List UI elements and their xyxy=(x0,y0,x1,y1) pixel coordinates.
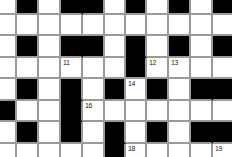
letter-cell-r5c1[interactable] xyxy=(17,101,39,122)
clue-number-18: 18 xyxy=(128,145,135,152)
blocked-cell-r6c1 xyxy=(17,122,39,144)
blocked-cell-r0c10 xyxy=(213,0,232,15)
letter-cell-r5c2[interactable] xyxy=(39,101,61,122)
letter-cell-r1c5[interactable] xyxy=(105,15,126,36)
letter-cell-r6c8[interactable] xyxy=(169,122,191,144)
letter-cell-r3c9[interactable] xyxy=(191,58,213,79)
blocked-cell-r2c10 xyxy=(213,36,232,58)
clue-number-19: 19 xyxy=(215,145,222,152)
letter-cell-r4c2[interactable] xyxy=(39,79,61,101)
letter-cell-r2c5[interactable] xyxy=(105,36,126,58)
blocked-cell-r4c5 xyxy=(105,79,126,101)
clue-number-13: 13 xyxy=(171,59,178,66)
blocked-cell-r7c5 xyxy=(105,144,126,157)
letter-cell-r0c0[interactable] xyxy=(0,0,17,15)
crossword-screenshot: 11121314161819 xyxy=(0,0,232,157)
letter-cell-r5c10[interactable] xyxy=(213,101,232,122)
blocked-cell-r6c3 xyxy=(61,122,83,144)
blocked-cell-r0c3 xyxy=(61,0,83,15)
letter-cell-r1c10[interactable] xyxy=(213,15,232,36)
letter-cell-r3c0[interactable] xyxy=(0,58,17,79)
blocked-cell-r2c1 xyxy=(17,36,39,58)
letter-cell-r2c7[interactable] xyxy=(147,36,169,58)
blocked-cell-r5c3 xyxy=(61,101,83,122)
letter-cell-r7c4[interactable] xyxy=(83,144,105,157)
letter-cell-r7c6[interactable]: 18 xyxy=(126,144,147,157)
blocked-cell-r6c9 xyxy=(191,122,213,144)
letter-cell-r3c7[interactable]: 12 xyxy=(147,58,169,79)
letter-cell-r3c5[interactable] xyxy=(105,58,126,79)
letter-cell-r2c2[interactable] xyxy=(39,36,61,58)
blocked-cell-r3c6 xyxy=(126,58,147,79)
letter-cell-r5c7[interactable] xyxy=(147,101,169,122)
letter-cell-r3c2[interactable] xyxy=(39,58,61,79)
letter-cell-r6c0[interactable] xyxy=(0,122,17,144)
letter-cell-r7c2[interactable] xyxy=(39,144,61,157)
letter-cell-r7c0[interactable] xyxy=(0,144,17,157)
blocked-cell-r4c3 xyxy=(61,79,83,101)
blocked-cell-r2c6 xyxy=(126,36,147,58)
blocked-cell-r0c4 xyxy=(83,0,105,15)
letter-cell-r0c5[interactable] xyxy=(105,0,126,15)
letter-cell-r0c9[interactable] xyxy=(191,0,213,15)
blocked-cell-r6c10 xyxy=(213,122,232,144)
blocked-cell-r0c6 xyxy=(126,0,147,15)
letter-cell-r4c4[interactable] xyxy=(83,79,105,101)
blocked-cell-r6c5 xyxy=(105,122,126,144)
letter-cell-r1c0[interactable] xyxy=(0,15,17,36)
letter-cell-r1c2[interactable] xyxy=(39,15,61,36)
letter-cell-r6c2[interactable] xyxy=(39,122,61,144)
letter-cell-r1c4[interactable] xyxy=(83,15,105,36)
blocked-cell-r2c3 xyxy=(61,36,83,58)
blocked-cell-r2c4 xyxy=(83,36,105,58)
letter-cell-r7c1[interactable] xyxy=(17,144,39,157)
blocked-cell-r6c7 xyxy=(147,122,169,144)
letter-cell-r0c7[interactable] xyxy=(147,0,169,15)
letter-cell-r5c8[interactable] xyxy=(169,101,191,122)
blocked-cell-r4c1 xyxy=(17,79,39,101)
letter-cell-r2c0[interactable] xyxy=(0,36,17,58)
letter-cell-r6c4[interactable] xyxy=(83,122,105,144)
letter-cell-r1c8[interactable] xyxy=(169,15,191,36)
letter-cell-r1c6[interactable] xyxy=(126,15,147,36)
letter-cell-r5c9[interactable] xyxy=(191,101,213,122)
letter-cell-r1c1[interactable] xyxy=(17,15,39,36)
clue-number-11: 11 xyxy=(63,59,69,66)
letter-cell-r3c3[interactable]: 11 xyxy=(61,58,83,79)
blocked-cell-r4c10 xyxy=(213,79,232,101)
letter-cell-r1c3[interactable] xyxy=(61,15,83,36)
letter-cell-r4c6[interactable]: 14 xyxy=(126,79,147,101)
letter-cell-r3c1[interactable] xyxy=(17,58,39,79)
blocked-cell-r4c9 xyxy=(191,79,213,101)
letter-cell-r5c5[interactable] xyxy=(105,101,126,122)
blocked-cell-r2c8 xyxy=(169,36,191,58)
blocked-cell-r4c7 xyxy=(147,79,169,101)
letter-cell-r6c6[interactable] xyxy=(126,122,147,144)
letter-cell-r1c9[interactable] xyxy=(191,15,213,36)
letter-cell-r4c8[interactable] xyxy=(169,79,191,101)
crossword-grid: 11121314161819 xyxy=(0,0,232,157)
letter-cell-r7c7[interactable] xyxy=(147,144,169,157)
clue-number-12: 12 xyxy=(149,59,156,66)
letter-cell-r3c10[interactable] xyxy=(213,58,232,79)
clue-number-14: 14 xyxy=(128,80,135,87)
letter-cell-r5c6[interactable] xyxy=(126,101,147,122)
letter-cell-r2c9[interactable] xyxy=(191,36,213,58)
blocked-cell-r0c1 xyxy=(17,0,39,15)
letter-cell-r7c10[interactable]: 19 xyxy=(213,144,232,157)
letter-cell-r3c4[interactable] xyxy=(83,58,105,79)
blocked-cell-r5c0 xyxy=(0,101,17,122)
letter-cell-r4c0[interactable] xyxy=(0,79,17,101)
letter-cell-r7c9[interactable] xyxy=(191,144,213,157)
letter-cell-r0c2[interactable] xyxy=(39,0,61,15)
letter-cell-r1c7[interactable] xyxy=(147,15,169,36)
clue-number-16: 16 xyxy=(85,102,92,109)
letter-cell-r7c3[interactable] xyxy=(61,144,83,157)
blocked-cell-r0c8 xyxy=(169,0,191,15)
letter-cell-r7c8[interactable] xyxy=(169,144,191,157)
letter-cell-r3c8[interactable]: 13 xyxy=(169,58,191,79)
letter-cell-r5c4[interactable]: 16 xyxy=(83,101,105,122)
